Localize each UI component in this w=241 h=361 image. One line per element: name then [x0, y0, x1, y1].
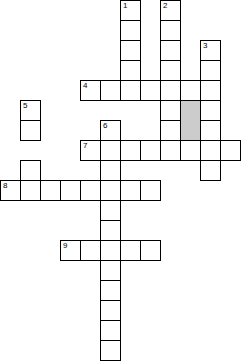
cell-r7-c11[interactable] [220, 140, 241, 161]
cell-r7-c6[interactable] [120, 140, 141, 161]
cell-r9-c4[interactable] [80, 180, 101, 201]
cell-r6-c8[interactable] [160, 120, 181, 141]
cell-r3-c10[interactable] [200, 60, 221, 81]
cell-r4-c6[interactable] [120, 80, 141, 101]
cell-r16-c5[interactable] [100, 320, 121, 341]
clue-number-6: 6 [103, 121, 107, 131]
clue-number-3: 3 [203, 41, 207, 51]
clue-number-4: 4 [83, 81, 87, 91]
cell-r2-c8[interactable] [160, 40, 181, 61]
cell-r4-c10[interactable] [200, 80, 221, 101]
clue-number-8: 8 [3, 181, 7, 191]
cell-r14-c5[interactable] [100, 280, 121, 301]
cell-r6-c1[interactable] [20, 120, 41, 141]
cell-r9-c3[interactable] [60, 180, 81, 201]
cell-r12-c6[interactable] [120, 240, 141, 261]
cell-r4-c8[interactable] [160, 80, 181, 101]
cell-r10-c5[interactable] [100, 200, 121, 221]
cell-r5-c8[interactable] [160, 100, 181, 121]
cell-r12-c3[interactable]: 9 [60, 240, 81, 261]
cell-r12-c5[interactable] [100, 240, 121, 261]
cell-r4-c7[interactable] [140, 80, 161, 101]
cell-r4-c4[interactable]: 4 [80, 80, 101, 101]
cell-r15-c5[interactable] [100, 300, 121, 321]
cell-r4-c9[interactable] [180, 80, 201, 101]
cell-r4-c5[interactable] [100, 80, 121, 101]
cell-r9-c2[interactable] [40, 180, 61, 201]
cell-r13-c5[interactable] [100, 260, 121, 281]
cell-r3-c8[interactable] [160, 60, 181, 81]
clue-number-5: 5 [23, 101, 27, 111]
clue-number-7: 7 [83, 141, 87, 151]
cell-r7-c10[interactable] [200, 140, 221, 161]
cell-r3-c6[interactable] [120, 60, 141, 81]
clue-number-1: 1 [123, 1, 127, 11]
cell-r17-c5[interactable] [100, 340, 121, 361]
cell-r12-c4[interactable] [80, 240, 101, 261]
cell-r11-c5[interactable] [100, 220, 121, 241]
cell-r2-c10[interactable]: 3 [200, 40, 221, 61]
cell-r1-c6[interactable] [120, 20, 141, 41]
cell-r7-c5[interactable] [100, 140, 121, 161]
cell-r0-c8[interactable]: 2 [160, 0, 181, 21]
cell-r9-c1[interactable] [20, 180, 41, 201]
cell-r9-c6[interactable] [120, 180, 141, 201]
cell-r8-c5[interactable] [100, 160, 121, 181]
cell-r7-c9[interactable] [180, 140, 201, 161]
cell-r12-c7[interactable] [140, 240, 161, 261]
cell-r6-c5[interactable]: 6 [100, 120, 121, 141]
cell-r8-c10[interactable] [200, 160, 221, 181]
cell-r5-c1[interactable]: 5 [20, 100, 41, 121]
cell-r8-c1[interactable] [20, 160, 41, 181]
cell-r9-c7[interactable] [140, 180, 161, 201]
cell-r5-c10[interactable] [200, 100, 221, 121]
cell-r9-c5[interactable] [100, 180, 121, 201]
cell-r7-c7[interactable] [140, 140, 161, 161]
clue-number-9: 9 [63, 241, 67, 251]
cell-r9-c0[interactable]: 8 [0, 180, 21, 201]
cell-r2-c6[interactable] [120, 40, 141, 61]
clue-number-2: 2 [163, 1, 167, 11]
cell-r7-c8[interactable] [160, 140, 181, 161]
crossword-board: 123456789 [0, 0, 241, 361]
cell-r0-c6[interactable]: 1 [120, 0, 141, 21]
cell-r1-c8[interactable] [160, 20, 181, 41]
highlighted-cell-r5-c9[interactable] [180, 100, 201, 141]
cell-r6-c10[interactable] [200, 120, 221, 141]
cell-r7-c4[interactable]: 7 [80, 140, 101, 161]
